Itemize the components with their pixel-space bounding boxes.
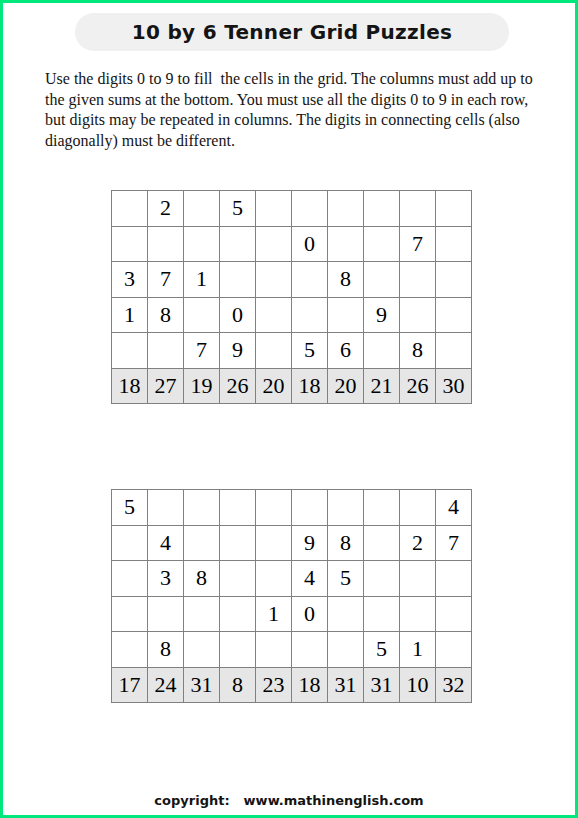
grid-cell[interactable] (364, 490, 400, 526)
sum-cell: 31 (328, 668, 364, 704)
grid-cell: 5 (364, 632, 400, 668)
grid-cell[interactable] (148, 333, 184, 369)
grid-cell[interactable] (400, 561, 436, 597)
page-title: 10 by 6 Tenner Grid Puzzles (75, 13, 509, 51)
grid-cell[interactable] (184, 490, 220, 526)
grid-cell: 1 (112, 298, 148, 334)
grid-cell: 8 (328, 262, 364, 298)
grid-cell[interactable] (328, 597, 364, 633)
grid-cell[interactable] (328, 191, 364, 227)
grid-cell[interactable] (184, 526, 220, 562)
grid-cell[interactable] (112, 191, 148, 227)
grid-cell[interactable] (220, 262, 256, 298)
grid-cell[interactable] (436, 227, 472, 263)
sum-cell: 10 (400, 668, 436, 704)
grid-cell[interactable] (256, 262, 292, 298)
grid-cell[interactable] (364, 561, 400, 597)
grid-cell: 0 (292, 227, 328, 263)
grid-cell[interactable] (292, 490, 328, 526)
grid-cell[interactable] (220, 490, 256, 526)
grid-cell[interactable] (256, 561, 292, 597)
grid-cell[interactable] (220, 597, 256, 633)
grid-cell[interactable] (148, 597, 184, 633)
sum-cell: 18 (292, 369, 328, 405)
grid-cell[interactable] (256, 333, 292, 369)
grid-cell[interactable] (436, 561, 472, 597)
grid-cell: 0 (292, 597, 328, 633)
website-text: www.mathinenglish.com (244, 793, 424, 808)
grid-cell[interactable] (112, 227, 148, 263)
grid-cell[interactable] (364, 262, 400, 298)
grid-cell[interactable] (112, 632, 148, 668)
grid-cell: 9 (220, 333, 256, 369)
grid-cell[interactable] (112, 333, 148, 369)
grid-cell[interactable] (256, 526, 292, 562)
grid-cell[interactable] (364, 597, 400, 633)
grid-cell[interactable] (112, 526, 148, 562)
grid-cell[interactable] (364, 526, 400, 562)
tenner-grid-1: 2507371818097956818271926201820212630 (111, 190, 472, 404)
sum-cell: 26 (220, 369, 256, 405)
grid-cell[interactable] (364, 191, 400, 227)
grid-cell: 4 (148, 526, 184, 562)
grid-cell[interactable] (436, 298, 472, 334)
grid-cell: 8 (148, 632, 184, 668)
grid-cell: 7 (436, 526, 472, 562)
grid-cell: 1 (400, 632, 436, 668)
sum-cell: 19 (184, 369, 220, 405)
sum-cell: 21 (364, 369, 400, 405)
grid-cell[interactable] (112, 561, 148, 597)
sum-cell: 30 (436, 369, 472, 405)
grid-cell[interactable] (220, 227, 256, 263)
grid-cell[interactable] (436, 597, 472, 633)
grid-cell: 3 (148, 561, 184, 597)
grid-cell: 5 (328, 561, 364, 597)
grid-cell: 6 (328, 333, 364, 369)
instructions-line-2: the given sums at the bottom. You must u… (45, 90, 533, 111)
grid-cell[interactable] (328, 490, 364, 526)
sum-cell: 18 (112, 369, 148, 405)
grid-cell[interactable] (436, 333, 472, 369)
grid-cell[interactable] (328, 227, 364, 263)
grid-cell[interactable] (220, 561, 256, 597)
instructions-line-1: Use the digits 0 to 9 to fill the cells … (45, 69, 533, 90)
grid-cell: 3 (112, 262, 148, 298)
grid-cell: 8 (148, 298, 184, 334)
grid-cell[interactable] (292, 191, 328, 227)
sum-cell: 8 (220, 668, 256, 704)
grid-cell: 1 (256, 597, 292, 633)
grid-cell: 7 (184, 333, 220, 369)
grid-cell[interactable] (256, 191, 292, 227)
instructions-line-3: but digits may be repeated in columns. T… (45, 110, 533, 131)
grid-cell[interactable] (148, 227, 184, 263)
grid-cell: 4 (292, 561, 328, 597)
grid-cell[interactable] (184, 597, 220, 633)
grid-cell[interactable] (220, 632, 256, 668)
grid-cell: 2 (148, 191, 184, 227)
grid-cell: 2 (400, 526, 436, 562)
grid-cell[interactable] (184, 632, 220, 668)
grid-cell[interactable] (256, 632, 292, 668)
grid-cell: 9 (364, 298, 400, 334)
grid-cell[interactable] (400, 597, 436, 633)
grid-cell[interactable] (328, 298, 364, 334)
grid-cell: 5 (292, 333, 328, 369)
sum-cell: 20 (256, 369, 292, 405)
instructions-line-4: diagonally) must be different. (45, 131, 533, 152)
footer: copyright:www.mathinenglish.com (3, 793, 575, 808)
grid-cell[interactable] (256, 490, 292, 526)
grid-cell[interactable] (256, 227, 292, 263)
grid-cell: 0 (220, 298, 256, 334)
grid-cell[interactable] (364, 227, 400, 263)
copyright-label: copyright: (154, 793, 229, 808)
grid-cell[interactable] (436, 262, 472, 298)
grid-cell[interactable] (184, 227, 220, 263)
sum-cell: 23 (256, 668, 292, 704)
grid-cell[interactable] (364, 333, 400, 369)
grid-cell: 9 (292, 526, 328, 562)
puzzle-instructions: Use the digits 0 to 9 to fill the cells … (45, 69, 533, 151)
sum-cell: 20 (328, 369, 364, 405)
grid-cell[interactable] (148, 490, 184, 526)
sum-cell: 31 (364, 668, 400, 704)
sum-cell: 32 (436, 668, 472, 704)
grid-cell: 8 (400, 333, 436, 369)
grid-cell[interactable] (184, 298, 220, 334)
tenner-grid-2: 54498273845108511724318231831311032 (111, 489, 472, 703)
grid-cell: 7 (400, 227, 436, 263)
grid-cell[interactable] (292, 632, 328, 668)
grid-cell: 7 (148, 262, 184, 298)
sum-cell: 17 (112, 668, 148, 704)
grid-cell[interactable] (436, 632, 472, 668)
sum-cell: 24 (148, 668, 184, 704)
grid-cell: 4 (436, 490, 472, 526)
grid-cell[interactable] (328, 632, 364, 668)
grid-cell[interactable] (400, 191, 436, 227)
grid-cell[interactable] (292, 298, 328, 334)
grid-cell[interactable] (400, 490, 436, 526)
grid-cell[interactable] (256, 298, 292, 334)
sum-cell: 31 (184, 668, 220, 704)
grid-cell: 8 (328, 526, 364, 562)
grid-cell[interactable] (436, 191, 472, 227)
grid-cell[interactable] (184, 191, 220, 227)
grid-cell: 5 (112, 490, 148, 526)
grid-cell[interactable] (400, 298, 436, 334)
sum-cell: 26 (400, 369, 436, 405)
grid-cell: 8 (184, 561, 220, 597)
sum-cell: 18 (292, 668, 328, 704)
grid-cell[interactable] (112, 597, 148, 633)
grid-cell: 1 (184, 262, 220, 298)
grid-cell[interactable] (400, 262, 436, 298)
sum-cell: 27 (148, 369, 184, 405)
grid-cell: 5 (220, 191, 256, 227)
grid-cell[interactable] (292, 262, 328, 298)
grid-cell[interactable] (220, 526, 256, 562)
